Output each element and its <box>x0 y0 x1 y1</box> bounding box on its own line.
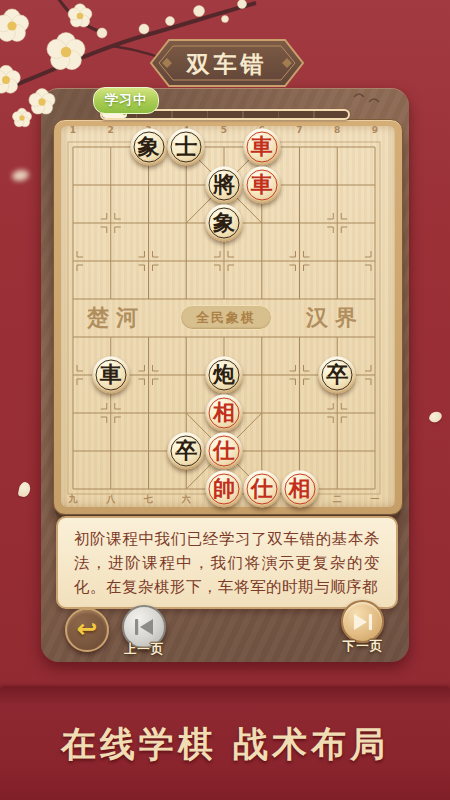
file-label-top: 7 <box>296 124 302 136</box>
lesson-text: 初阶课程中我们已经学习了双车错的基本杀法，进阶课程中，我们将演示更复杂的变化。在… <box>58 518 396 600</box>
next-page-button[interactable] <box>341 600 384 643</box>
piece-character: 車 <box>243 129 280 166</box>
river-brand-pill: 全民象棋 <box>180 305 272 330</box>
piece-character: 相 <box>206 395 243 432</box>
piece-black-將[interactable]: 將 <box>206 167 243 204</box>
bottom-banner: 在线学棋 战术布局 <box>0 688 450 800</box>
file-label-bottom: 一 <box>371 493 380 505</box>
piece-red-相[interactable]: 相 <box>206 395 243 432</box>
piece-black-象[interactable]: 象 <box>206 205 243 242</box>
piece-character: 仕 <box>243 471 280 508</box>
piece-character: 卒 <box>168 433 205 470</box>
piece-character: 象 <box>130 129 167 166</box>
prev-page-label: 上一页 <box>124 641 165 658</box>
file-label-bottom: 八 <box>106 493 115 505</box>
banner-slogan: 在线学棋 战术布局 <box>0 688 450 800</box>
back-arrow-icon: ↩ <box>77 614 98 643</box>
status-badge: 学习中 <box>93 87 159 114</box>
piece-character: 炮 <box>206 357 243 394</box>
file-label-bottom: 七 <box>144 493 153 505</box>
piece-red-仕[interactable]: 仕 <box>243 471 280 508</box>
file-label-top: 9 <box>372 124 378 136</box>
falling-petal <box>18 481 32 498</box>
file-label-top: 5 <box>221 124 227 136</box>
skip-next-icon <box>353 613 373 631</box>
file-label-top: 1 <box>70 124 76 136</box>
piece-red-帥[interactable]: 帥 <box>206 471 243 508</box>
falling-petal <box>428 410 444 424</box>
piece-character: 象 <box>206 205 243 242</box>
file-label-top: 8 <box>334 124 340 136</box>
piece-character: 車 <box>92 357 129 394</box>
file-label-bottom: 六 <box>182 493 191 505</box>
piece-character: 帥 <box>206 471 243 508</box>
piece-red-車[interactable]: 車 <box>243 129 280 166</box>
file-label-bottom: 九 <box>69 493 78 505</box>
piece-black-炮[interactable]: 炮 <box>206 357 243 394</box>
piece-character: 卒 <box>319 357 356 394</box>
piece-character: 士 <box>168 129 205 166</box>
piece-character: 相 <box>281 471 318 508</box>
piece-black-車[interactable]: 車 <box>92 357 129 394</box>
piece-red-相[interactable]: 相 <box>281 471 318 508</box>
next-page-label: 下一页 <box>343 638 384 655</box>
river-label-left: 楚河 <box>87 303 145 333</box>
page-title: 双车错 <box>186 50 268 77</box>
piece-black-象[interactable]: 象 <box>130 129 167 166</box>
lesson-text-panel: 初阶课程中我们已经学习了双车错的基本杀法，进阶课程中，我们将演示更复杂的变化。在… <box>56 516 398 609</box>
piece-black-卒[interactable]: 卒 <box>168 433 205 470</box>
piece-red-車[interactable]: 車 <box>243 167 280 204</box>
app-screen: 在线学棋 战术布局 双车错 学习中 楚河 汉界 全民象棋 123456789九八 <box>0 0 450 800</box>
xiangqi-board[interactable]: 楚河 汉界 全民象棋 123456789九八七六五四三二一象士車將車象車炮卒相卒… <box>61 126 395 507</box>
falling-petal <box>11 169 30 183</box>
river-label-right: 汉界 <box>306 303 364 333</box>
title-plaque: 双车错 <box>147 36 307 90</box>
back-button[interactable]: ↩ <box>65 608 109 652</box>
piece-black-士[interactable]: 士 <box>168 129 205 166</box>
piece-character: 車 <box>243 167 280 204</box>
skip-previous-icon <box>134 618 154 636</box>
piece-red-仕[interactable]: 仕 <box>206 433 243 470</box>
piece-character: 將 <box>206 167 243 204</box>
file-label-top: 2 <box>108 124 114 136</box>
file-label-bottom: 二 <box>333 493 342 505</box>
piece-character: 仕 <box>206 433 243 470</box>
piece-black-卒[interactable]: 卒 <box>319 357 356 394</box>
